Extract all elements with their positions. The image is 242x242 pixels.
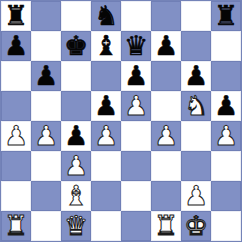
- square-d6[interactable]: [91, 61, 121, 91]
- piece-white-pawn[interactable]: ♟: [64, 152, 88, 179]
- square-g2[interactable]: ♟: [181, 181, 211, 211]
- square-e2[interactable]: [121, 181, 151, 211]
- square-h7[interactable]: [211, 31, 241, 61]
- square-b7[interactable]: [31, 31, 61, 61]
- piece-black-pawn[interactable]: ♟: [94, 92, 118, 119]
- square-d5[interactable]: ♟: [91, 91, 121, 121]
- square-c7[interactable]: ♚: [61, 31, 91, 61]
- square-h6[interactable]: [211, 61, 241, 91]
- square-d1[interactable]: [91, 211, 121, 241]
- piece-white-pawn[interactable]: ♟: [4, 122, 28, 149]
- square-b5[interactable]: [31, 91, 61, 121]
- square-c6[interactable]: [61, 61, 91, 91]
- piece-black-pawn[interactable]: ♟: [154, 32, 178, 59]
- square-h8[interactable]: ♜: [211, 1, 241, 31]
- piece-black-rook[interactable]: ♜: [4, 2, 28, 29]
- square-d7[interactable]: ♝: [91, 31, 121, 61]
- piece-black-rook[interactable]: ♜: [214, 2, 238, 29]
- chess-board: ♜♞♜♟♚♝♛♟♟♟♟♟♟♞♟♟♟♟♟♟♟♟♝♟♜♛♜♚: [0, 0, 242, 242]
- square-g3[interactable]: [181, 151, 211, 181]
- square-a6[interactable]: [1, 61, 31, 91]
- square-e7[interactable]: ♛: [121, 31, 151, 61]
- square-f6[interactable]: [151, 61, 181, 91]
- square-a8[interactable]: ♜: [1, 1, 31, 31]
- square-c8[interactable]: [61, 1, 91, 31]
- square-d2[interactable]: [91, 181, 121, 211]
- square-e5[interactable]: ♟: [121, 91, 151, 121]
- piece-white-queen[interactable]: ♛: [64, 212, 88, 239]
- square-e6[interactable]: ♟: [121, 61, 151, 91]
- piece-white-rook[interactable]: ♜: [4, 212, 28, 239]
- piece-black-pawn[interactable]: ♟: [34, 62, 58, 89]
- piece-black-bishop[interactable]: ♝: [94, 32, 118, 59]
- square-b3[interactable]: [31, 151, 61, 181]
- square-h2[interactable]: [211, 181, 241, 211]
- square-c1[interactable]: ♛: [61, 211, 91, 241]
- square-g5[interactable]: ♞: [181, 91, 211, 121]
- square-f5[interactable]: [151, 91, 181, 121]
- square-c4[interactable]: ♟: [61, 121, 91, 151]
- square-h1[interactable]: [211, 211, 241, 241]
- piece-black-queen[interactable]: ♛: [124, 32, 148, 59]
- square-g1[interactable]: ♚: [181, 211, 211, 241]
- square-b8[interactable]: [31, 1, 61, 31]
- square-f1[interactable]: ♜: [151, 211, 181, 241]
- piece-black-pawn[interactable]: ♟: [64, 122, 88, 149]
- square-e3[interactable]: [121, 151, 151, 181]
- piece-white-rook[interactable]: ♜: [154, 212, 178, 239]
- square-f3[interactable]: [151, 151, 181, 181]
- square-g7[interactable]: [181, 31, 211, 61]
- piece-white-king[interactable]: ♚: [184, 212, 208, 239]
- square-a3[interactable]: [1, 151, 31, 181]
- square-b1[interactable]: [31, 211, 61, 241]
- square-g4[interactable]: [181, 121, 211, 151]
- square-h4[interactable]: ♟: [211, 121, 241, 151]
- square-a1[interactable]: ♜: [1, 211, 31, 241]
- square-e1[interactable]: [121, 211, 151, 241]
- piece-black-king[interactable]: ♚: [64, 32, 88, 59]
- square-h5[interactable]: ♟: [211, 91, 241, 121]
- piece-white-knight[interactable]: ♞: [184, 92, 208, 119]
- piece-white-bishop[interactable]: ♝: [64, 182, 88, 209]
- square-e8[interactable]: [121, 1, 151, 31]
- piece-white-pawn[interactable]: ♟: [34, 122, 58, 149]
- piece-black-pawn[interactable]: ♟: [4, 32, 28, 59]
- square-c2[interactable]: ♝: [61, 181, 91, 211]
- square-d3[interactable]: [91, 151, 121, 181]
- piece-white-pawn[interactable]: ♟: [94, 122, 118, 149]
- piece-black-knight[interactable]: ♞: [94, 2, 118, 29]
- square-b4[interactable]: ♟: [31, 121, 61, 151]
- square-c3[interactable]: ♟: [61, 151, 91, 181]
- square-a4[interactable]: ♟: [1, 121, 31, 151]
- square-g8[interactable]: [181, 1, 211, 31]
- square-f4[interactable]: ♟: [151, 121, 181, 151]
- square-b2[interactable]: [31, 181, 61, 211]
- piece-white-pawn[interactable]: ♟: [214, 122, 238, 149]
- piece-white-pawn[interactable]: ♟: [184, 182, 208, 209]
- square-h3[interactable]: [211, 151, 241, 181]
- piece-white-pawn[interactable]: ♟: [124, 92, 148, 119]
- square-b6[interactable]: ♟: [31, 61, 61, 91]
- piece-white-pawn[interactable]: ♟: [154, 122, 178, 149]
- square-d8[interactable]: ♞: [91, 1, 121, 31]
- piece-black-pawn[interactable]: ♟: [184, 62, 208, 89]
- square-a7[interactable]: ♟: [1, 31, 31, 61]
- piece-black-pawn[interactable]: ♟: [124, 62, 148, 89]
- square-e4[interactable]: [121, 121, 151, 151]
- square-f7[interactable]: ♟: [151, 31, 181, 61]
- square-c5[interactable]: [61, 91, 91, 121]
- square-d4[interactable]: ♟: [91, 121, 121, 151]
- square-g6[interactable]: ♟: [181, 61, 211, 91]
- square-a2[interactable]: [1, 181, 31, 211]
- square-f2[interactable]: [151, 181, 181, 211]
- square-a5[interactable]: [1, 91, 31, 121]
- piece-black-pawn[interactable]: ♟: [214, 92, 238, 119]
- square-f8[interactable]: [151, 1, 181, 31]
